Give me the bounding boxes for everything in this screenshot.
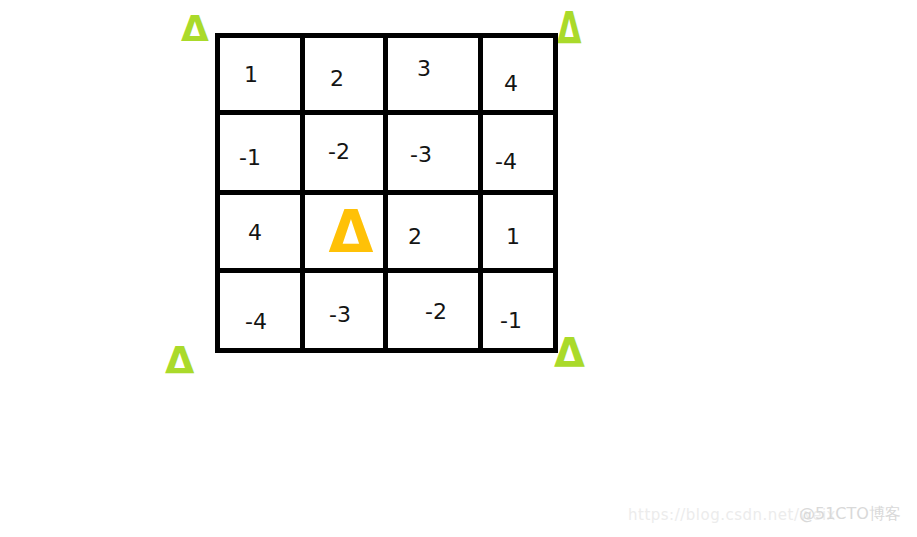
- cell-value: 1: [244, 64, 258, 86]
- grid-cell-r1c4[interactable]: 4: [483, 38, 553, 110]
- cell-value: 2: [330, 68, 344, 90]
- grid-cell-r1c2[interactable]: 2: [305, 38, 383, 110]
- corner-triangle-bottom-right-icon: Δ: [554, 333, 585, 373]
- grid-cell-r4c3[interactable]: -2: [388, 273, 478, 348]
- cell-value: -2: [425, 301, 447, 323]
- grid-cell-r2c3[interactable]: -3: [388, 115, 478, 190]
- grid-cell-r3c4[interactable]: 1: [483, 195, 553, 268]
- cell-value: -3: [410, 144, 432, 166]
- grid-cell-r1c1[interactable]: 1: [220, 38, 300, 110]
- player-triangle-icon: Δ: [329, 203, 374, 261]
- grid-cell-r4c4[interactable]: -1: [483, 273, 553, 348]
- grid-cell-r2c1[interactable]: -1: [220, 115, 300, 190]
- grid-cell-r2c4[interactable]: -4: [483, 115, 553, 190]
- cell-value: 4: [248, 222, 262, 244]
- watermark-site: @51CTO博客: [799, 504, 901, 525]
- corner-triangle-top-right-icon: Δ: [557, 7, 582, 51]
- cell-value: -4: [495, 151, 517, 173]
- cell-value: 4: [504, 73, 518, 95]
- cell-value: -1: [239, 147, 261, 169]
- grid-cell-r3c3[interactable]: 2: [388, 195, 478, 268]
- cell-value: 2: [408, 226, 422, 248]
- grid-cell-r3c2[interactable]: Δ: [305, 195, 383, 268]
- cell-value: -3: [329, 304, 351, 326]
- cell-value: 3: [417, 58, 431, 80]
- cell-value: 1: [506, 226, 520, 248]
- grid-cell-r2c2[interactable]: -2: [305, 115, 383, 190]
- corner-triangle-top-left-icon: Δ: [181, 11, 209, 47]
- grid-cell-r4c2[interactable]: -3: [305, 273, 383, 348]
- puzzle-board: 1 2 3 4 -1 -2 -3 -4 4 Δ 2 1 -4 -3 -2 -1: [215, 33, 558, 353]
- grid-cell-r1c3[interactable]: 3: [388, 38, 478, 110]
- cell-value: -1: [500, 310, 522, 332]
- grid-cell-r3c1[interactable]: 4: [220, 195, 300, 268]
- grid-cell-r4c1[interactable]: -4: [220, 273, 300, 348]
- cell-value: -4: [245, 311, 267, 333]
- corner-triangle-bottom-left-icon: Δ: [165, 341, 194, 379]
- cell-value: -2: [328, 141, 350, 163]
